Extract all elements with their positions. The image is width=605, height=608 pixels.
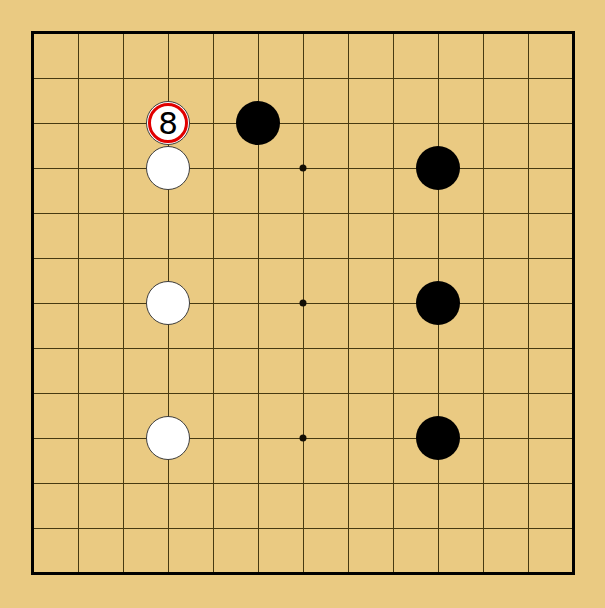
grid-cell[interactable] — [349, 34, 394, 79]
grid-cell[interactable] — [304, 124, 349, 169]
white-stone[interactable]: 8 — [146, 101, 190, 145]
grid-cell[interactable] — [394, 484, 439, 529]
grid-cell[interactable] — [34, 349, 79, 394]
grid-cell[interactable] — [304, 304, 349, 349]
grid-cell[interactable] — [79, 394, 124, 439]
grid-cell[interactable] — [484, 484, 529, 529]
grid-cell[interactable] — [304, 484, 349, 529]
grid-cell[interactable] — [214, 394, 259, 439]
grid-cell[interactable] — [124, 529, 169, 574]
grid-cell[interactable] — [394, 529, 439, 574]
move-number-label: 8 — [158, 108, 178, 139]
grid-cell[interactable] — [304, 529, 349, 574]
grid-cell[interactable] — [484, 439, 529, 484]
grid-cell[interactable] — [34, 79, 79, 124]
grid-cell[interactable] — [529, 124, 574, 169]
grid-cell[interactable] — [304, 34, 349, 79]
grid-cell[interactable] — [214, 349, 259, 394]
grid-cell[interactable] — [529, 79, 574, 124]
grid-cell[interactable] — [484, 349, 529, 394]
black-stone[interactable] — [236, 101, 280, 145]
grid-cell[interactable] — [484, 169, 529, 214]
grid-cell[interactable] — [259, 439, 304, 484]
grid-cell[interactable] — [439, 349, 484, 394]
grid-cell[interactable] — [529, 439, 574, 484]
grid-cell[interactable] — [34, 214, 79, 259]
grid-cell[interactable] — [349, 259, 394, 304]
white-stone[interactable] — [146, 146, 190, 190]
grid-cell[interactable] — [259, 169, 304, 214]
grid-cell[interactable] — [529, 259, 574, 304]
grid-cell[interactable] — [79, 304, 124, 349]
grid-cell[interactable] — [394, 214, 439, 259]
grid-cell[interactable] — [34, 484, 79, 529]
grid-cell[interactable] — [34, 304, 79, 349]
grid-cell[interactable] — [349, 484, 394, 529]
black-stone[interactable] — [416, 146, 460, 190]
star-point — [300, 435, 307, 442]
grid-cell[interactable] — [349, 439, 394, 484]
grid-cell[interactable] — [169, 214, 214, 259]
grid-cell[interactable] — [349, 214, 394, 259]
grid-cell[interactable] — [529, 529, 574, 574]
star-point — [300, 300, 307, 307]
grid-cell[interactable] — [79, 349, 124, 394]
grid-cell[interactable] — [394, 79, 439, 124]
grid-cell[interactable] — [529, 484, 574, 529]
grid-cell[interactable] — [79, 259, 124, 304]
grid-cell[interactable] — [259, 259, 304, 304]
grid-cell[interactable] — [349, 304, 394, 349]
grid-cell[interactable] — [34, 124, 79, 169]
grid-cell[interactable] — [214, 529, 259, 574]
grid-cell[interactable] — [79, 34, 124, 79]
black-stone[interactable] — [416, 281, 460, 325]
grid-cell[interactable] — [349, 169, 394, 214]
grid-cell[interactable] — [34, 529, 79, 574]
grid-cell[interactable] — [259, 349, 304, 394]
grid-cell[interactable] — [259, 394, 304, 439]
grid-cell[interactable] — [484, 394, 529, 439]
white-stone[interactable] — [146, 416, 190, 460]
grid-cell[interactable] — [529, 394, 574, 439]
grid-cell[interactable] — [214, 214, 259, 259]
grid-cell[interactable] — [394, 34, 439, 79]
grid-cell[interactable] — [79, 124, 124, 169]
grid-cell[interactable] — [484, 529, 529, 574]
grid-cell[interactable] — [34, 439, 79, 484]
grid-cell[interactable] — [304, 259, 349, 304]
grid-cell[interactable] — [349, 349, 394, 394]
grid-cell[interactable] — [439, 529, 484, 574]
grid-cell[interactable] — [79, 169, 124, 214]
grid-cell[interactable] — [349, 529, 394, 574]
grid-cell[interactable] — [169, 484, 214, 529]
grid-cell[interactable] — [34, 394, 79, 439]
grid-cell[interactable] — [484, 304, 529, 349]
grid-cell[interactable] — [304, 439, 349, 484]
star-point — [300, 165, 307, 172]
grid-cell[interactable] — [34, 34, 79, 79]
grid-cell[interactable] — [349, 394, 394, 439]
grid-cell[interactable] — [529, 214, 574, 259]
grid-cell[interactable] — [259, 214, 304, 259]
grid-cell[interactable] — [529, 349, 574, 394]
grid-cell[interactable] — [439, 34, 484, 79]
grid-cell[interactable] — [439, 214, 484, 259]
grid-cell[interactable] — [259, 304, 304, 349]
grid-cell[interactable] — [79, 529, 124, 574]
grid-cell[interactable] — [214, 169, 259, 214]
grid-cell[interactable] — [169, 34, 214, 79]
grid-cell[interactable] — [124, 214, 169, 259]
grid-cell[interactable] — [439, 484, 484, 529]
grid-cell[interactable] — [349, 79, 394, 124]
grid-cell[interactable] — [484, 259, 529, 304]
grid-cell[interactable] — [124, 484, 169, 529]
grid-cell[interactable] — [79, 484, 124, 529]
grid-cell[interactable] — [304, 214, 349, 259]
grid-cell[interactable] — [214, 34, 259, 79]
grid-cell[interactable] — [439, 79, 484, 124]
grid-cell[interactable] — [484, 214, 529, 259]
grid-cell[interactable] — [484, 79, 529, 124]
grid-cell[interactable] — [79, 79, 124, 124]
grid-cell[interactable] — [79, 214, 124, 259]
grid-cell[interactable] — [529, 169, 574, 214]
grid-cell[interactable] — [484, 124, 529, 169]
grid-cell[interactable] — [529, 304, 574, 349]
grid-cell[interactable] — [349, 124, 394, 169]
grid-cell[interactable] — [214, 304, 259, 349]
grid-cell[interactable] — [304, 79, 349, 124]
black-stone[interactable] — [416, 416, 460, 460]
go-board[interactable]: 8 — [33, 33, 573, 573]
white-stone[interactable] — [146, 281, 190, 325]
grid-cell[interactable] — [34, 259, 79, 304]
grid-cell[interactable] — [124, 34, 169, 79]
grid-cell[interactable] — [259, 529, 304, 574]
grid-cell[interactable] — [214, 259, 259, 304]
grid-cell[interactable] — [304, 349, 349, 394]
grid-cell[interactable] — [124, 349, 169, 394]
grid-cell[interactable] — [214, 484, 259, 529]
grid-cell[interactable] — [304, 169, 349, 214]
grid-cell[interactable] — [394, 349, 439, 394]
grid-cell[interactable] — [34, 169, 79, 214]
grid-cell[interactable] — [214, 439, 259, 484]
grid-cell[interactable] — [484, 34, 529, 79]
go-diagram-canvas: { "game": "go", "board": { "size": 13, "… — [0, 0, 605, 608]
grid-cell[interactable] — [79, 439, 124, 484]
grid-cell[interactable] — [259, 484, 304, 529]
grid-cell[interactable] — [169, 349, 214, 394]
grid-cell[interactable] — [259, 34, 304, 79]
grid-cell[interactable] — [529, 34, 574, 79]
grid-cell[interactable] — [169, 529, 214, 574]
grid-cell[interactable] — [304, 394, 349, 439]
